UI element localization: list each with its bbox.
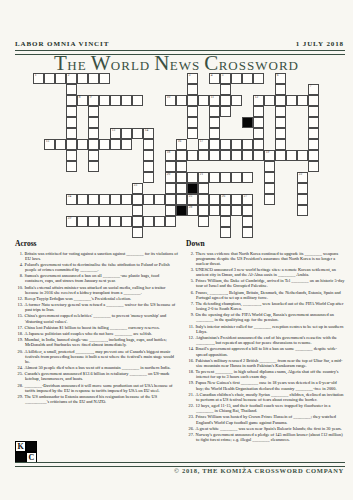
clue-item: 19.Mumbai, in India, banned single-use _… <box>15 337 179 347</box>
clue-number: 19. <box>15 337 25 342</box>
grid-cell[interactable]: 24 <box>66 194 77 205</box>
grid-cell[interactable] <box>264 172 275 183</box>
grid-cell[interactable] <box>143 172 154 183</box>
cell-number: 23 <box>134 184 137 188</box>
clue-item: 17.China lent Pakistan $1 billion to boo… <box>15 325 179 330</box>
clue-text: The defending champions, ________, were … <box>196 301 344 311</box>
grid-cell[interactable] <box>99 194 110 205</box>
grid-cell[interactable] <box>198 194 209 205</box>
clue-text: Pakistan's military rescued 2 British __… <box>196 358 343 368</box>
clue-text: A great white ________ was seen near Spa… <box>196 426 342 431</box>
cell-number: 3 <box>189 74 191 78</box>
cell-number: 21 <box>200 173 203 177</box>
grid-cell[interactable] <box>264 161 275 172</box>
clue-text: 12 boys, aged 11-15, and their football … <box>196 403 331 413</box>
cell-number: 27 <box>244 195 247 199</box>
masthead: LABOR OMNIA VINCIT 1 JULY 2018 <box>15 40 344 48</box>
grid-cell[interactable] <box>154 216 165 227</box>
grid-cell[interactable] <box>220 95 231 106</box>
grid-cell[interactable]: 2 <box>66 73 77 84</box>
grid-cell[interactable] <box>264 95 275 106</box>
clue-text: China lent Pakistan $1 billion to boost … <box>25 325 160 330</box>
grid-cell[interactable] <box>77 73 88 84</box>
grid-cell[interactable]: 5 <box>220 73 231 84</box>
clue-text: On the opening day of the FIFA World Cup… <box>196 312 334 322</box>
grid-cell[interactable] <box>242 139 253 150</box>
cell-number: 7 <box>310 85 312 89</box>
grid-cell[interactable]: 9 <box>88 95 99 106</box>
grid-cell[interactable] <box>242 150 253 161</box>
grid-cell[interactable] <box>308 95 319 106</box>
grid-cell[interactable] <box>209 194 220 205</box>
clue-number: 28. <box>15 383 25 388</box>
grid-cell[interactable]: 10 <box>165 95 176 106</box>
grid-cell[interactable] <box>165 194 176 205</box>
clue-number: 2. <box>186 251 196 256</box>
grid-cell[interactable] <box>110 194 121 205</box>
clue-item: 2.There was evidence that North Korea co… <box>186 251 345 266</box>
grid-cell[interactable] <box>209 128 220 139</box>
grid-cell[interactable] <box>187 172 198 183</box>
clue-text: France, ________, Belgium, Britain, Denm… <box>196 290 341 300</box>
clue-item: 20.A killdeer, a small, protected ______… <box>15 349 179 364</box>
grid-cell[interactable] <box>66 139 77 150</box>
grid-cell[interactable] <box>88 216 99 227</box>
clue-text: Brazil's government approved a bill to l… <box>196 346 338 356</box>
cell-number: 4 <box>211 74 213 78</box>
grid-cell[interactable] <box>231 139 242 150</box>
grid-cell[interactable] <box>121 216 132 227</box>
grid-cell[interactable]: 17 <box>198 139 209 150</box>
cell-number: 2 <box>68 74 70 78</box>
grid-cell[interactable] <box>231 95 242 106</box>
clue-text: Norway's government announced a pledge o… <box>196 432 343 442</box>
grid-cell[interactable]: 1 <box>33 73 44 84</box>
clue-number: 24. <box>15 365 25 370</box>
grid-cell[interactable] <box>220 139 231 150</box>
clue-item: 23.Prince William was hosted by Crown Pr… <box>186 414 345 424</box>
cell-number: 26 <box>222 195 225 199</box>
clue-number: 11. <box>186 324 196 329</box>
grid-cell[interactable] <box>297 95 308 106</box>
grid-cell[interactable] <box>242 216 253 227</box>
down-clues-section: Down 2.There was evidence that North Kor… <box>186 239 345 443</box>
grid-cell[interactable] <box>176 95 187 106</box>
clue-number: 10. <box>15 285 25 290</box>
grid-cell[interactable] <box>88 106 99 117</box>
grid-cell[interactable] <box>187 128 198 139</box>
grid-cell[interactable] <box>242 73 253 84</box>
clue-number: 8. <box>15 273 25 278</box>
copyright-line: © 2018, THE KOMIŽA CROSSWORD COMPANY <box>174 467 344 474</box>
grid-cell[interactable] <box>165 205 176 216</box>
clue-item: 19.Papua New Guinea's first ________ cas… <box>186 380 345 390</box>
grid-cell[interactable] <box>132 205 143 216</box>
clue-item: 13.A former Nato secretary general was r… <box>15 302 179 312</box>
cell-number: 12 <box>255 96 258 100</box>
clue-number: 3. <box>186 267 196 272</box>
grid-cell[interactable] <box>308 106 319 117</box>
grid-cell[interactable] <box>143 161 154 172</box>
grid-cell[interactable]: 18 <box>165 150 176 161</box>
grid-cell[interactable] <box>209 150 220 161</box>
clue-text: A Canadian children's choir, mostly Syri… <box>196 392 344 402</box>
grid-cell[interactable] <box>121 194 132 205</box>
grid-cell[interactable] <box>231 194 242 205</box>
grid-cell[interactable] <box>209 205 220 216</box>
grid-cell[interactable]: 22 <box>297 172 308 183</box>
cell-number: 20 <box>167 173 170 177</box>
grid-cell[interactable] <box>143 194 154 205</box>
clue-item: 9.On the opening day of the FIFA World C… <box>186 312 345 322</box>
grid-cell[interactable] <box>121 95 132 106</box>
grid-cell[interactable] <box>176 161 187 172</box>
clue-number: 19. <box>186 380 196 385</box>
cell-number: 15 <box>46 140 49 144</box>
grid-cell[interactable] <box>286 150 297 161</box>
grid-cell[interactable] <box>143 150 154 161</box>
clue-item: 8.Samoa's government announced a ban on … <box>15 273 179 283</box>
grid-cell[interactable] <box>99 216 110 227</box>
grid-cell[interactable]: 11 <box>209 95 220 106</box>
grid-cell[interactable]: 12 <box>253 95 264 106</box>
grid-cell[interactable]: 29 <box>66 216 77 227</box>
logo-dark-cell <box>26 441 37 452</box>
cell-number: 13 <box>112 129 115 133</box>
grid-cell[interactable]: 20 <box>165 172 176 183</box>
grid-cell[interactable] <box>187 150 198 161</box>
grid-cell[interactable] <box>99 95 110 106</box>
grid-cell[interactable] <box>165 161 176 172</box>
clue-item: 26.A great white ________ was seen near … <box>186 426 345 431</box>
grid-cell[interactable] <box>88 73 99 84</box>
cell-number: 19 <box>266 151 269 155</box>
clue-number: 15. <box>15 313 25 318</box>
grid-cell[interactable] <box>198 205 209 216</box>
grid-cell[interactable] <box>132 227 143 238</box>
grid-cell[interactable] <box>308 117 319 128</box>
clue-text: Italy's interior minister called for ___… <box>196 324 344 334</box>
grid-cell[interactable] <box>176 172 187 183</box>
grid-cell[interactable]: 23 <box>132 183 143 194</box>
clue-number: 5. <box>186 278 196 283</box>
across-clues-section: Across 1.Britain was criticised for voti… <box>15 239 179 405</box>
grid-cell[interactable] <box>220 84 231 95</box>
clue-number: 6. <box>186 290 196 295</box>
cell-number: 16 <box>178 140 181 144</box>
clue-number: 25. <box>15 371 25 376</box>
clue-number: 27. <box>186 432 196 437</box>
clue-text: Almost 50 people died when a bus went of… <box>25 365 171 370</box>
grid-cell[interactable] <box>198 216 209 227</box>
cell-number: 9 <box>90 96 92 100</box>
clue-number: 29. <box>15 394 25 399</box>
grid-cell[interactable] <box>275 139 286 150</box>
black-cell <box>176 205 187 216</box>
clue-text: China's government capped celebrities' _… <box>25 313 167 323</box>
clue-item: 21.A Canadian children's choir, mostly S… <box>186 392 345 402</box>
clue-text: Mumbai, in India, banned single-use ____… <box>25 337 167 347</box>
clue-item: 18.To prevent ________ in high school di… <box>186 369 345 379</box>
grid-cell[interactable] <box>187 84 198 95</box>
clue-number: 17. <box>15 325 25 330</box>
grid-cell[interactable] <box>77 139 88 150</box>
clue-number: 4. <box>15 262 25 267</box>
grid-cell[interactable] <box>66 161 77 172</box>
grid-cell[interactable] <box>253 106 264 117</box>
grid-cell[interactable] <box>44 73 55 84</box>
clue-item: 14.Brazil's government approved a bill t… <box>186 346 345 356</box>
cell-number: 10 <box>167 96 170 100</box>
clue-item: 3.UNESCO announced 3 new world heritage … <box>186 267 345 277</box>
clue-item: 22.12 boys, aged 11-15, and their footba… <box>186 403 345 413</box>
cell-number: 14 <box>145 129 148 133</box>
grid-cell[interactable] <box>209 172 220 183</box>
black-cell <box>242 117 253 128</box>
grid-cell[interactable] <box>66 95 77 106</box>
clue-text: Prince William was hosted by Crown Princ… <box>196 414 337 424</box>
grid-cell[interactable]: 26 <box>220 194 231 205</box>
grid-cell[interactable] <box>297 205 308 216</box>
grid-cell[interactable] <box>231 205 242 216</box>
grid-cell[interactable] <box>66 117 77 128</box>
cell-number: 8 <box>79 96 81 100</box>
grid-cell[interactable] <box>176 194 187 205</box>
grid-cell[interactable]: 8 <box>77 95 88 106</box>
grid-cell[interactable]: 25 <box>187 194 198 205</box>
clue-item: 1.Britain was criticised for voting agai… <box>15 251 179 261</box>
grid-cell[interactable] <box>220 216 231 227</box>
clue-text: Poland's government voted to decriminali… <box>25 262 170 272</box>
cell-number: 29 <box>68 217 71 221</box>
grid-cell[interactable] <box>297 150 308 161</box>
grid-cell[interactable] <box>55 73 66 84</box>
grid-cell[interactable] <box>121 139 132 150</box>
grid-cell[interactable] <box>88 194 99 205</box>
clue-text: UNESCO announced 3 new world heritage si… <box>196 267 336 277</box>
grid-cell[interactable]: 14 <box>143 128 154 139</box>
grid-cell[interactable] <box>242 227 253 238</box>
grid-cell[interactable] <box>275 117 286 128</box>
clue-item: 15.China's government capped celebrities… <box>15 313 179 323</box>
masthead-motto: LABOR OMNIA VINCIT <box>15 40 109 48</box>
grid-cell[interactable] <box>253 150 264 161</box>
grid-cell[interactable] <box>88 161 99 172</box>
grid-cell[interactable] <box>66 150 77 161</box>
cell-number: 22 <box>299 173 302 177</box>
clue-number: 20. <box>15 349 25 354</box>
grid-cell[interactable] <box>275 128 286 139</box>
clue-item: 4.Poland's government voted to decrimina… <box>15 262 179 272</box>
clue-text: Canada's government announced $12.6 bill… <box>25 371 170 381</box>
grid-cell[interactable] <box>253 128 264 139</box>
grid-cell[interactable]: 28 <box>187 205 198 216</box>
grid-cell[interactable] <box>165 183 176 194</box>
grid-cell[interactable] <box>242 205 253 216</box>
grid-cell[interactable] <box>66 128 77 139</box>
grid-cell[interactable] <box>220 150 231 161</box>
grid-cell[interactable]: 7 <box>308 84 319 95</box>
grid-cell[interactable] <box>132 95 143 106</box>
grid-cell[interactable] <box>220 227 231 238</box>
clue-text: There was evidence that North Korea cont… <box>196 251 339 266</box>
grid-cell[interactable] <box>297 194 308 205</box>
grid-cell[interactable] <box>198 183 209 194</box>
grid-cell[interactable] <box>209 139 220 150</box>
clue-item: 7.The defending champions, ________, wer… <box>186 301 345 311</box>
clue-item: 5.Prince William, the Duke of Cambridge,… <box>186 278 345 288</box>
crossword-grid: 1234567891011121314151617181920212223242… <box>22 73 330 238</box>
grid-cell[interactable] <box>176 183 187 194</box>
clue-text: A killdeer, a small, protected ________,… <box>25 349 175 364</box>
grid-cell[interactable] <box>187 117 198 128</box>
grid-cell[interactable] <box>132 194 143 205</box>
clue-number: 12. <box>186 335 196 340</box>
grid-cell[interactable] <box>275 106 286 117</box>
grid-cell[interactable] <box>88 117 99 128</box>
grid-cell[interactable] <box>132 216 143 227</box>
grid-cell[interactable]: 15 <box>44 139 55 150</box>
grid-cell[interactable] <box>308 139 319 150</box>
clue-text: Recep Tayyip Erdoğan won ________'s Pres… <box>25 296 132 301</box>
grid-cell[interactable] <box>154 194 165 205</box>
cell-number: 24 <box>68 195 71 199</box>
grid-cell[interactable]: 3 <box>187 73 198 84</box>
clue-item: 16.Pakistan's military rescued 2 British… <box>186 358 345 368</box>
grid-cell[interactable] <box>231 150 242 161</box>
grid-cell[interactable] <box>99 73 110 84</box>
grid-cell[interactable] <box>253 117 264 128</box>
grid-cell[interactable] <box>231 172 242 183</box>
grid-cell[interactable] <box>99 139 110 150</box>
masthead-date: 1 JULY 2018 <box>296 40 344 48</box>
grid-cell[interactable] <box>88 139 99 150</box>
clue-item: 12.Afghanistan's President announced the… <box>186 335 345 345</box>
grid-cell[interactable]: 21 <box>198 172 209 183</box>
grid-cell[interactable] <box>209 117 220 128</box>
clue-item: 25.Canada's government announced $12.6 b… <box>15 371 179 381</box>
clue-text: ________-Davidson announced it will move… <box>25 383 173 393</box>
grid-cell[interactable] <box>275 95 286 106</box>
grid-cell[interactable] <box>220 106 231 117</box>
grid-cell[interactable] <box>220 205 231 216</box>
grid-cell[interactable] <box>143 139 154 150</box>
grid-cell[interactable]: 16 <box>176 139 187 150</box>
clue-number: 18. <box>15 331 25 336</box>
clue-text: Samoa's government announced a ban on al… <box>25 273 160 283</box>
grid-cell[interactable] <box>253 139 264 150</box>
grid-cell[interactable] <box>198 95 209 106</box>
clue-item: 12.Recep Tayyip Erdoğan won ________'s P… <box>15 296 179 301</box>
grid-cell[interactable] <box>88 150 99 161</box>
grid-cell[interactable] <box>77 194 88 205</box>
grid-cell[interactable]: 6 <box>275 73 286 84</box>
clue-number: 12. <box>15 296 25 301</box>
cell-number: 28 <box>189 206 192 210</box>
company-logo: K C <box>15 441 37 463</box>
down-heading: Down <box>186 239 345 248</box>
grid-cell[interactable] <box>253 73 264 84</box>
grid-cell[interactable] <box>176 150 187 161</box>
clue-number: 1. <box>15 251 25 256</box>
grid-cell[interactable] <box>286 95 297 106</box>
grid-cell[interactable]: 19 <box>264 150 275 161</box>
grid-cell[interactable] <box>308 161 319 172</box>
grid-cell[interactable] <box>308 128 319 139</box>
across-clue-list: 1.Britain was criticised for voting agai… <box>15 251 179 405</box>
grid-cell[interactable] <box>110 95 121 106</box>
clue-item: 27.Norway's government announced a pledg… <box>186 432 345 442</box>
grid-cell[interactable] <box>275 150 286 161</box>
clue-number: 23. <box>186 414 196 419</box>
clue-text: Prince William, the Duke of Cambridge, a… <box>196 278 345 288</box>
cell-number: 11 <box>211 96 214 100</box>
grid-cell[interactable] <box>110 139 121 150</box>
clue-item: 6.France, ________, Belgium, Britain, De… <box>186 290 345 300</box>
clue-text: To prevent ________ in high school diplo… <box>196 369 339 379</box>
clue-number: 18. <box>186 369 196 374</box>
cell-number: 18 <box>167 151 170 155</box>
grid-cell[interactable] <box>110 216 121 227</box>
clue-text: Afghanistan's President announced the en… <box>196 335 338 345</box>
clue-item: 11.Italy's interior minister called for … <box>186 324 345 334</box>
clue-number: 13. <box>15 302 25 307</box>
grid-cell[interactable]: 13 <box>110 128 121 139</box>
grid-cell[interactable]: 4 <box>209 73 220 84</box>
clue-number: 22. <box>186 403 196 408</box>
grid-cell[interactable] <box>66 84 77 95</box>
clue-number: 9. <box>186 312 196 317</box>
across-heading: Across <box>15 239 179 248</box>
grid-cell[interactable] <box>198 150 209 161</box>
grid-cell[interactable] <box>264 183 275 194</box>
grid-cell[interactable] <box>187 106 198 117</box>
grid-cell[interactable] <box>88 128 99 139</box>
cell-number: 5 <box>222 74 224 78</box>
clue-item: 10.India's external affairs minister was… <box>15 285 179 295</box>
grid-cell[interactable] <box>231 73 242 84</box>
clue-number: 14. <box>186 346 196 351</box>
clue-number: 7. <box>186 301 196 306</box>
black-cell <box>187 183 198 194</box>
clue-item: 29.The US ambassador to Estonia announce… <box>15 394 179 404</box>
grid-cell[interactable] <box>220 172 231 183</box>
clue-number: 16. <box>186 358 196 363</box>
grid-cell[interactable] <box>242 172 253 183</box>
cell-number: 17 <box>200 140 203 144</box>
clue-text: Papua New Guinea's first ________ case i… <box>196 380 337 390</box>
grid-cell[interactable] <box>165 216 176 227</box>
grid-cell[interactable] <box>264 194 275 205</box>
grid-cell[interactable] <box>77 216 88 227</box>
grid-cell[interactable] <box>132 128 143 139</box>
grid-cell[interactable] <box>275 84 286 95</box>
clue-item: 24.Almost 50 people died when a bus went… <box>15 365 179 370</box>
grid-cell[interactable] <box>308 150 319 161</box>
clue-text: A Japanese politician said couples who d… <box>25 331 153 336</box>
grid-cell[interactable] <box>187 95 198 106</box>
grid-cell[interactable] <box>66 106 77 117</box>
clue-text: The US ambassador to Estonia announced h… <box>25 394 158 404</box>
grid-cell[interactable] <box>55 139 66 150</box>
clue-text: Britain was criticised for voting agains… <box>25 251 178 261</box>
cell-number: 1 <box>35 74 37 78</box>
grid-cell[interactable] <box>143 216 154 227</box>
grid-cell[interactable] <box>121 128 132 139</box>
grid-cell[interactable] <box>209 106 220 117</box>
grid-cell[interactable]: 27 <box>242 194 253 205</box>
grid-cell[interactable] <box>297 183 308 194</box>
